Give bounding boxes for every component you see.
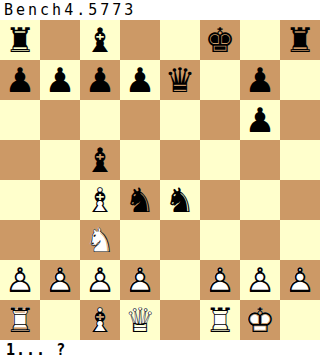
black-pawn[interactable]: ♟ (120, 60, 160, 100)
square-b3[interactable] (40, 220, 80, 260)
white-pawn[interactable]: ♟♙ (0, 260, 40, 300)
white-piece-outline: ♗ (80, 180, 120, 220)
square-b2[interactable]: ♟♙ (40, 260, 80, 300)
square-f2[interactable]: ♟♙ (200, 260, 240, 300)
square-a5[interactable] (0, 140, 40, 180)
square-c3[interactable]: ♞♘ (80, 220, 120, 260)
square-d7[interactable]: ♟ (120, 60, 160, 100)
black-piece-glyph: ♚ (200, 20, 240, 60)
square-a8[interactable]: ♜ (0, 20, 40, 60)
white-rook[interactable]: ♜♖ (0, 300, 40, 340)
square-d4[interactable]: ♞ (120, 180, 160, 220)
black-piece-glyph: ♞ (120, 180, 160, 220)
square-h8[interactable]: ♜ (280, 20, 320, 60)
black-piece-glyph: ♞ (160, 180, 200, 220)
black-piece-glyph: ♟ (240, 100, 280, 140)
black-piece-glyph: ♟ (120, 60, 160, 100)
black-pawn[interactable]: ♟ (80, 60, 120, 100)
square-b6[interactable] (40, 100, 80, 140)
square-g7[interactable]: ♟ (240, 60, 280, 100)
black-piece-glyph: ♜ (280, 20, 320, 60)
square-e2[interactable] (160, 260, 200, 300)
white-piece-outline: ♕ (120, 300, 160, 340)
square-c7[interactable]: ♟ (80, 60, 120, 100)
square-d5[interactable] (120, 140, 160, 180)
white-king[interactable]: ♚♔ (240, 300, 280, 340)
black-bishop[interactable]: ♝ (80, 140, 120, 180)
black-rook[interactable]: ♜ (280, 20, 320, 60)
square-b4[interactable] (40, 180, 80, 220)
chess-window: Bench4.5773 ♜♝♚♜♟♟♟♟♛♟♟♝♝♗♞♞♞♘♟♙♟♙♟♙♟♙♟♙… (0, 0, 320, 360)
black-pawn[interactable]: ♟ (0, 60, 40, 100)
white-bishop[interactable]: ♝♗ (80, 180, 120, 220)
square-f3[interactable] (200, 220, 240, 260)
square-d1[interactable]: ♛♕ (120, 300, 160, 340)
black-rook[interactable]: ♜ (0, 20, 40, 60)
square-h5[interactable] (280, 140, 320, 180)
square-g8[interactable] (240, 20, 280, 60)
black-piece-glyph: ♛ (160, 60, 200, 100)
square-c6[interactable] (80, 100, 120, 140)
white-pawn[interactable]: ♟♙ (200, 260, 240, 300)
window-title: Bench4.5773 (0, 0, 320, 20)
white-piece-outline: ♙ (280, 260, 320, 300)
square-f1[interactable]: ♜♖ (200, 300, 240, 340)
black-knight[interactable]: ♞ (160, 180, 200, 220)
square-g6[interactable]: ♟ (240, 100, 280, 140)
black-piece-glyph: ♝ (80, 20, 120, 60)
black-piece-glyph: ♜ (0, 20, 40, 60)
square-f6[interactable] (200, 100, 240, 140)
square-a2[interactable]: ♟♙ (0, 260, 40, 300)
white-knight[interactable]: ♞♘ (80, 220, 120, 260)
square-h6[interactable] (280, 100, 320, 140)
square-f5[interactable] (200, 140, 240, 180)
square-h7[interactable] (280, 60, 320, 100)
white-piece-outline: ♖ (200, 300, 240, 340)
white-queen[interactable]: ♛♕ (120, 300, 160, 340)
square-e1[interactable] (160, 300, 200, 340)
white-piece-outline: ♙ (40, 260, 80, 300)
white-piece-outline: ♙ (200, 260, 240, 300)
square-b1[interactable] (40, 300, 80, 340)
white-piece-outline: ♖ (0, 300, 40, 340)
square-e7[interactable]: ♛ (160, 60, 200, 100)
black-king[interactable]: ♚ (200, 20, 240, 60)
square-h3[interactable] (280, 220, 320, 260)
white-piece-outline: ♙ (80, 260, 120, 300)
square-e5[interactable] (160, 140, 200, 180)
black-piece-glyph: ♟ (40, 60, 80, 100)
square-c8[interactable]: ♝ (80, 20, 120, 60)
square-d2[interactable]: ♟♙ (120, 260, 160, 300)
black-piece-glyph: ♟ (0, 60, 40, 100)
square-a7[interactable]: ♟ (0, 60, 40, 100)
white-piece-outline: ♗ (80, 300, 120, 340)
white-pawn[interactable]: ♟♙ (280, 260, 320, 300)
square-h2[interactable]: ♟♙ (280, 260, 320, 300)
square-e6[interactable] (160, 100, 200, 140)
black-knight[interactable]: ♞ (120, 180, 160, 220)
white-bishop[interactable]: ♝♗ (80, 300, 120, 340)
square-b5[interactable] (40, 140, 80, 180)
white-piece-outline: ♙ (240, 260, 280, 300)
square-e8[interactable] (160, 20, 200, 60)
white-piece-outline: ♙ (0, 260, 40, 300)
white-pawn[interactable]: ♟♙ (240, 260, 280, 300)
move-prompt: 1... ? (0, 340, 320, 360)
square-g2[interactable]: ♟♙ (240, 260, 280, 300)
white-pawn[interactable]: ♟♙ (80, 260, 120, 300)
square-e3[interactable] (160, 220, 200, 260)
black-piece-glyph: ♟ (240, 60, 280, 100)
black-pawn[interactable]: ♟ (240, 60, 280, 100)
square-d6[interactable] (120, 100, 160, 140)
square-g1[interactable]: ♚♔ (240, 300, 280, 340)
square-c4[interactable]: ♝♗ (80, 180, 120, 220)
white-piece-outline: ♘ (80, 220, 120, 260)
white-pawn[interactable]: ♟♙ (40, 260, 80, 300)
square-b8[interactable] (40, 20, 80, 60)
square-a6[interactable] (0, 100, 40, 140)
square-g3[interactable] (240, 220, 280, 260)
square-f4[interactable] (200, 180, 240, 220)
square-h1[interactable] (280, 300, 320, 340)
square-b7[interactable]: ♟ (40, 60, 80, 100)
black-piece-glyph: ♝ (80, 140, 120, 180)
square-c2[interactable]: ♟♙ (80, 260, 120, 300)
square-d3[interactable] (120, 220, 160, 260)
square-a3[interactable] (0, 220, 40, 260)
white-rook[interactable]: ♜♖ (200, 300, 240, 340)
black-piece-glyph: ♟ (80, 60, 120, 100)
square-d8[interactable] (120, 20, 160, 60)
white-pawn[interactable]: ♟♙ (120, 260, 160, 300)
square-c1[interactable]: ♝♗ (80, 300, 120, 340)
black-queen[interactable]: ♛ (160, 60, 200, 100)
square-g4[interactable] (240, 180, 280, 220)
white-piece-outline: ♔ (240, 300, 280, 340)
chess-board: ♜♝♚♜♟♟♟♟♛♟♟♝♝♗♞♞♞♘♟♙♟♙♟♙♟♙♟♙♟♙♟♙♜♖♝♗♛♕♜♖… (0, 20, 320, 340)
black-pawn[interactable]: ♟ (240, 100, 280, 140)
square-g5[interactable] (240, 140, 280, 180)
square-f7[interactable] (200, 60, 240, 100)
square-c5[interactable]: ♝ (80, 140, 120, 180)
square-a4[interactable] (0, 180, 40, 220)
square-f8[interactable]: ♚ (200, 20, 240, 60)
black-bishop[interactable]: ♝ (80, 20, 120, 60)
black-pawn[interactable]: ♟ (40, 60, 80, 100)
square-a1[interactable]: ♜♖ (0, 300, 40, 340)
square-e4[interactable]: ♞ (160, 180, 200, 220)
white-piece-outline: ♙ (120, 260, 160, 300)
square-h4[interactable] (280, 180, 320, 220)
